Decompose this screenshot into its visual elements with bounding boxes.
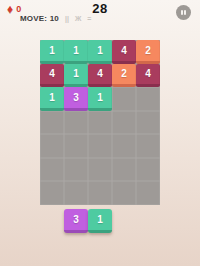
tile-1[interactable]: 1 xyxy=(88,209,112,233)
tile-1[interactable]: 1 xyxy=(40,40,64,64)
tile-1[interactable]: 1 xyxy=(88,87,112,111)
board-cell[interactable] xyxy=(112,158,136,182)
board-cell[interactable] xyxy=(112,134,136,158)
board-cell[interactable] xyxy=(112,181,136,205)
tile-2[interactable]: 2 xyxy=(136,40,160,64)
board-cell[interactable] xyxy=(88,181,112,205)
tile-1[interactable]: 1 xyxy=(64,40,88,64)
board-cell[interactable]: 1 xyxy=(40,40,64,64)
game-board[interactable]: 1114241424131 xyxy=(40,40,160,205)
incoming-tile-pair[interactable]: 31 xyxy=(64,209,112,233)
moves-label: MOVE: 10 xyxy=(20,14,59,23)
board-cell[interactable]: 1 xyxy=(88,87,112,111)
board-cell[interactable]: 2 xyxy=(112,64,136,88)
board-cell[interactable]: 1 xyxy=(40,87,64,111)
pause-bars-icon[interactable]: || xyxy=(65,15,69,23)
board-cell[interactable]: 4 xyxy=(88,64,112,88)
board-cell[interactable] xyxy=(64,111,88,135)
board-cell[interactable] xyxy=(40,158,64,182)
board-cell[interactable]: 3 xyxy=(64,87,88,111)
pause-button[interactable] xyxy=(176,5,191,20)
tile-1[interactable]: 1 xyxy=(64,64,88,88)
equals-icon[interactable]: = xyxy=(87,15,91,23)
board-cell[interactable]: 1 xyxy=(64,40,88,64)
board-cell[interactable] xyxy=(112,87,136,111)
board-cell[interactable]: 1 xyxy=(64,64,88,88)
board-cell[interactable]: 4 xyxy=(136,64,160,88)
board-cell[interactable] xyxy=(40,181,64,205)
board-cell[interactable] xyxy=(136,158,160,182)
board-cell[interactable] xyxy=(40,134,64,158)
board-cell[interactable] xyxy=(112,111,136,135)
tile-1[interactable]: 1 xyxy=(88,40,112,64)
tile-4[interactable]: 4 xyxy=(40,64,64,88)
tile-4[interactable]: 4 xyxy=(88,64,112,88)
board-cell[interactable] xyxy=(136,111,160,135)
tile-3[interactable]: 3 xyxy=(64,87,88,111)
board-cell[interactable]: 4 xyxy=(112,40,136,64)
board-cell[interactable] xyxy=(88,111,112,135)
board-cell[interactable] xyxy=(136,181,160,205)
board-cell[interactable] xyxy=(40,111,64,135)
move-counter-row: MOVE: 10 || Ж = xyxy=(20,14,91,23)
board-cell[interactable]: 4 xyxy=(40,64,64,88)
board-cell[interactable] xyxy=(64,134,88,158)
pause-icon xyxy=(181,10,183,15)
board-cell[interactable] xyxy=(136,87,160,111)
tile-4[interactable]: 4 xyxy=(112,40,136,64)
board-cell[interactable]: 1 xyxy=(88,40,112,64)
game-screen: ♦ 0 28 MOVE: 10 || Ж = 1114241424131 31 xyxy=(0,0,200,266)
board-cell[interactable] xyxy=(136,134,160,158)
cross-tool-icon[interactable]: Ж xyxy=(75,15,81,23)
tile-2[interactable]: 2 xyxy=(112,64,136,88)
board-cell[interactable] xyxy=(64,181,88,205)
board-cell[interactable] xyxy=(88,134,112,158)
tile-3[interactable]: 3 xyxy=(64,209,88,233)
board-cell[interactable] xyxy=(64,158,88,182)
board-cell[interactable] xyxy=(88,158,112,182)
pause-icon xyxy=(184,10,186,15)
tile-4[interactable]: 4 xyxy=(136,64,160,88)
board-cell[interactable]: 2 xyxy=(136,40,160,64)
tile-1[interactable]: 1 xyxy=(40,87,64,111)
